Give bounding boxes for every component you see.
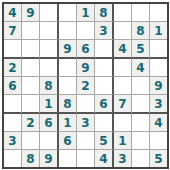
cell-r3c7-given: 4 <box>114 40 132 59</box>
cell-r5c2-empty[interactable] <box>22 77 40 95</box>
cell-r5c3-given: 8 <box>40 77 59 95</box>
cell-r2c6-given: 3 <box>95 22 114 40</box>
cell-r3c9-empty[interactable] <box>150 40 167 59</box>
cell-r4c6-empty[interactable] <box>95 59 114 77</box>
cell-r8c1-given: 3 <box>4 132 22 150</box>
cell-r3c8-given: 5 <box>132 40 150 59</box>
cell-r4c1-given: 2 <box>4 59 22 77</box>
cell-r9c4-empty[interactable] <box>59 150 77 167</box>
cell-r8c7-given: 1 <box>114 132 132 150</box>
cell-r5c9-given: 9 <box>150 77 167 95</box>
cell-r7c4-given: 1 <box>59 114 77 132</box>
cell-r2c2-empty[interactable] <box>22 22 40 40</box>
cell-r4c5-given: 9 <box>77 59 95 77</box>
cell-r5c5-given: 2 <box>77 77 95 95</box>
cell-r9c9-given: 5 <box>150 150 167 167</box>
cell-r5c7-empty[interactable] <box>114 77 132 95</box>
cell-r9c8-empty[interactable] <box>132 150 150 167</box>
cell-r3c6-empty[interactable] <box>95 40 114 59</box>
cell-r8c2-empty[interactable] <box>22 132 40 150</box>
cell-r7c1-empty[interactable] <box>4 114 22 132</box>
cell-r1c2-given: 9 <box>22 4 40 22</box>
cell-r1c6-given: 8 <box>95 4 114 22</box>
cell-r6c3-given: 1 <box>40 95 59 114</box>
cell-r6c7-given: 7 <box>114 95 132 114</box>
cell-r1c1-given: 4 <box>4 4 22 22</box>
cell-r2c5-empty[interactable] <box>77 22 95 40</box>
cell-r1c4-empty[interactable] <box>59 4 77 22</box>
cell-r6c4-given: 8 <box>59 95 77 114</box>
cell-r7c6-empty[interactable] <box>95 114 114 132</box>
cell-r9c7-given: 3 <box>114 150 132 167</box>
cell-r9c5-empty[interactable] <box>77 150 95 167</box>
cell-r7c8-empty[interactable] <box>132 114 150 132</box>
cell-r9c6-given: 4 <box>95 150 114 167</box>
cell-r8c6-given: 5 <box>95 132 114 150</box>
cell-r6c6-given: 6 <box>95 95 114 114</box>
cell-r7c9-given: 4 <box>150 114 167 132</box>
cell-r2c1-given: 7 <box>4 22 22 40</box>
cell-r4c2-empty[interactable] <box>22 59 40 77</box>
cell-r4c7-empty[interactable] <box>114 59 132 77</box>
cell-r1c9-empty[interactable] <box>150 4 167 22</box>
cell-r8c4-given: 6 <box>59 132 77 150</box>
cell-r7c3-given: 6 <box>40 114 59 132</box>
cell-r3c4-given: 9 <box>59 40 77 59</box>
cell-r9c1-empty[interactable] <box>4 150 22 167</box>
cell-r8c8-empty[interactable] <box>132 132 150 150</box>
cell-r9c2-given: 8 <box>22 150 40 167</box>
cell-r8c5-empty[interactable] <box>77 132 95 150</box>
cell-r6c9-given: 3 <box>150 95 167 114</box>
sudoku-board: 49187381964529468291867326134365189435 <box>2 2 169 169</box>
cell-r6c2-empty[interactable] <box>22 95 40 114</box>
cell-r9c3-given: 9 <box>40 150 59 167</box>
cell-r3c1-empty[interactable] <box>4 40 22 59</box>
cell-r2c7-empty[interactable] <box>114 22 132 40</box>
cell-r1c3-empty[interactable] <box>40 4 59 22</box>
cell-r2c9-given: 1 <box>150 22 167 40</box>
cell-r1c7-empty[interactable] <box>114 4 132 22</box>
cell-r5c4-empty[interactable] <box>59 77 77 95</box>
cell-r4c8-given: 4 <box>132 59 150 77</box>
cell-r2c3-empty[interactable] <box>40 22 59 40</box>
cell-r3c3-empty[interactable] <box>40 40 59 59</box>
cell-r8c3-empty[interactable] <box>40 132 59 150</box>
cell-r5c6-empty[interactable] <box>95 77 114 95</box>
cell-r4c3-empty[interactable] <box>40 59 59 77</box>
cell-r5c1-given: 6 <box>4 77 22 95</box>
cell-r3c5-given: 6 <box>77 40 95 59</box>
cell-r2c4-empty[interactable] <box>59 22 77 40</box>
cell-r6c8-empty[interactable] <box>132 95 150 114</box>
cell-r4c9-empty[interactable] <box>150 59 167 77</box>
cell-r7c5-given: 3 <box>77 114 95 132</box>
cell-r7c2-given: 2 <box>22 114 40 132</box>
cell-r7c7-empty[interactable] <box>114 114 132 132</box>
cell-r1c8-empty[interactable] <box>132 4 150 22</box>
cell-r5c8-empty[interactable] <box>132 77 150 95</box>
cell-r3c2-empty[interactable] <box>22 40 40 59</box>
cell-r2c8-given: 8 <box>132 22 150 40</box>
cell-r4c4-empty[interactable] <box>59 59 77 77</box>
cell-r6c1-empty[interactable] <box>4 95 22 114</box>
cell-r1c5-given: 1 <box>77 4 95 22</box>
cell-r8c9-empty[interactable] <box>150 132 167 150</box>
cell-r6c5-empty[interactable] <box>77 95 95 114</box>
